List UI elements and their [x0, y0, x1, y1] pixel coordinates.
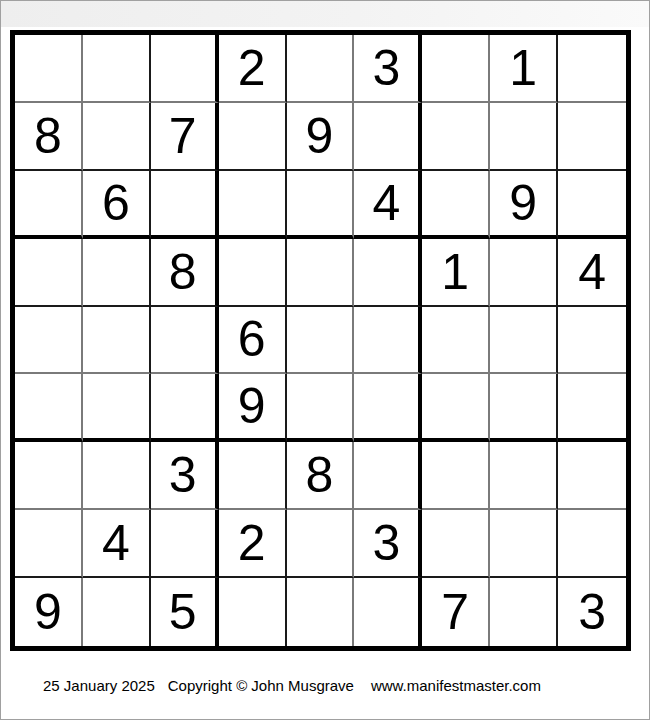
sudoku-cell-r4c2 — [83, 239, 151, 307]
sudoku-cell-r5c4: 6 — [219, 307, 287, 375]
sudoku-cell-r6c5 — [287, 374, 355, 442]
sudoku-cell-r5c2 — [83, 307, 151, 375]
sudoku-cell-r4c3: 8 — [151, 239, 219, 307]
given-digit: 8 — [169, 247, 197, 297]
sudoku-cell-r9c5 — [287, 578, 355, 646]
given-digit: 1 — [441, 247, 469, 297]
sudoku-cell-r8c6: 3 — [354, 510, 422, 578]
sudoku-cell-r8c2: 4 — [83, 510, 151, 578]
sudoku-cell-r6c2 — [83, 374, 151, 442]
sudoku-cell-r3c7 — [422, 171, 490, 239]
sudoku-cell-r1c5 — [287, 35, 355, 103]
given-digit: 9 — [509, 178, 537, 228]
sudoku-cell-r9c2 — [83, 578, 151, 646]
sudoku-cell-r5c8 — [490, 307, 558, 375]
sudoku-cell-r7c1 — [15, 442, 83, 510]
given-digit: 8 — [306, 450, 334, 500]
sudoku-cell-r5c9 — [558, 307, 626, 375]
top-margin-band — [1, 1, 649, 27]
sudoku-cell-r3c2: 6 — [83, 171, 151, 239]
given-digit: 9 — [34, 587, 62, 637]
sudoku-cell-r7c4 — [219, 442, 287, 510]
sudoku-cell-r1c3 — [151, 35, 219, 103]
sudoku-cell-r1c1 — [15, 35, 83, 103]
sudoku-cell-r2c2 — [83, 103, 151, 171]
sudoku-cell-r4c9: 4 — [558, 239, 626, 307]
given-digit: 2 — [238, 518, 266, 568]
sudoku-cell-r7c2 — [83, 442, 151, 510]
sudoku-cell-r4c1 — [15, 239, 83, 307]
sudoku-cell-r3c5 — [287, 171, 355, 239]
sudoku-cell-r7c3: 3 — [151, 442, 219, 510]
sudoku-cell-r9c1: 9 — [15, 578, 83, 646]
given-digit: 6 — [238, 314, 266, 364]
sudoku-cell-r4c4 — [219, 239, 287, 307]
given-digit: 8 — [34, 111, 62, 161]
sudoku-cell-r8c3 — [151, 510, 219, 578]
sudoku-cell-r4c8 — [490, 239, 558, 307]
given-digit: 3 — [372, 43, 400, 93]
given-digit: 9 — [238, 381, 266, 431]
sudoku-cell-r9c9: 3 — [558, 578, 626, 646]
footer-copyright: Copyright © John Musgrave — [168, 677, 354, 694]
sudoku-cell-r8c4: 2 — [219, 510, 287, 578]
sudoku-cell-r2c6 — [354, 103, 422, 171]
given-digit: 4 — [372, 178, 400, 228]
sudoku-cell-r3c4 — [219, 171, 287, 239]
footer-date: 25 January 2025 — [43, 677, 155, 694]
given-digit: 6 — [102, 178, 130, 228]
sudoku-cell-r1c9 — [558, 35, 626, 103]
given-digit: 1 — [509, 43, 537, 93]
sudoku-cell-r2c7 — [422, 103, 490, 171]
sudoku-cell-r1c2 — [83, 35, 151, 103]
given-digit: 9 — [306, 111, 334, 161]
given-digit: 3 — [372, 518, 400, 568]
given-digit: 2 — [238, 43, 266, 93]
sudoku-cell-r9c4 — [219, 578, 287, 646]
footer-website: www.manifestmaster.com — [371, 677, 541, 694]
sudoku-cell-r5c5 — [287, 307, 355, 375]
sudoku-cell-r7c8 — [490, 442, 558, 510]
sudoku-cell-r6c1 — [15, 374, 83, 442]
sudoku-cell-r6c4: 9 — [219, 374, 287, 442]
given-digit: 3 — [578, 587, 606, 637]
sudoku-grid: 23187964981469384239573 — [10, 30, 631, 651]
sudoku-cell-r2c1: 8 — [15, 103, 83, 171]
sudoku-cell-r6c8 — [490, 374, 558, 442]
sudoku-cell-r5c1 — [15, 307, 83, 375]
sudoku-cell-r2c9 — [558, 103, 626, 171]
sudoku-cell-r3c9 — [558, 171, 626, 239]
sudoku-cell-r1c7 — [422, 35, 490, 103]
sudoku-cell-r5c7 — [422, 307, 490, 375]
given-digit: 3 — [169, 450, 197, 500]
puzzle-page: 23187964981469384239573 25 January 2025C… — [0, 0, 650, 720]
sudoku-cell-r6c6 — [354, 374, 422, 442]
sudoku-cell-r5c3 — [151, 307, 219, 375]
footer: 25 January 2025Copyright © John Musgrave… — [43, 677, 541, 694]
sudoku-cell-r9c6 — [354, 578, 422, 646]
sudoku-cell-r4c6 — [354, 239, 422, 307]
sudoku-cell-r7c5: 8 — [287, 442, 355, 510]
given-digit: 5 — [169, 587, 197, 637]
sudoku-cell-r1c6: 3 — [354, 35, 422, 103]
sudoku-cell-r7c9 — [558, 442, 626, 510]
sudoku-cell-r1c4: 2 — [219, 35, 287, 103]
sudoku-cell-r8c9 — [558, 510, 626, 578]
sudoku-cell-r8c8 — [490, 510, 558, 578]
sudoku-cell-r9c8 — [490, 578, 558, 646]
sudoku-cell-r3c8: 9 — [490, 171, 558, 239]
sudoku-cell-r9c3: 5 — [151, 578, 219, 646]
sudoku-cell-r2c3: 7 — [151, 103, 219, 171]
sudoku-cell-r8c7 — [422, 510, 490, 578]
sudoku-cell-r6c7 — [422, 374, 490, 442]
sudoku-cell-r3c6: 4 — [354, 171, 422, 239]
given-digit: 4 — [578, 247, 606, 297]
sudoku-cell-r7c7 — [422, 442, 490, 510]
sudoku-cell-r1c8: 1 — [490, 35, 558, 103]
sudoku-cell-r4c7: 1 — [422, 239, 490, 307]
sudoku-cell-r6c9 — [558, 374, 626, 442]
sudoku-cell-r7c6 — [354, 442, 422, 510]
given-digit: 7 — [441, 587, 469, 637]
sudoku-cell-r2c8 — [490, 103, 558, 171]
sudoku-cell-r2c5: 9 — [287, 103, 355, 171]
sudoku-cell-r9c7: 7 — [422, 578, 490, 646]
given-digit: 7 — [169, 111, 197, 161]
sudoku-cell-r4c5 — [287, 239, 355, 307]
sudoku-cell-r3c1 — [15, 171, 83, 239]
sudoku-cell-r8c5 — [287, 510, 355, 578]
sudoku-cell-r3c3 — [151, 171, 219, 239]
sudoku-cell-r5c6 — [354, 307, 422, 375]
sudoku-cell-r2c4 — [219, 103, 287, 171]
sudoku-cell-r6c3 — [151, 374, 219, 442]
given-digit: 4 — [102, 518, 130, 568]
sudoku-cell-r8c1 — [15, 510, 83, 578]
